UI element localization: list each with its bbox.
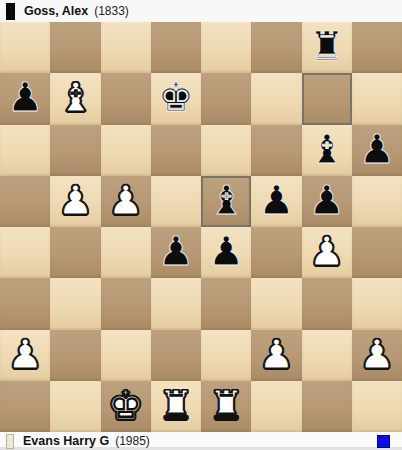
square-h8[interactable] <box>352 22 402 73</box>
piece-black-pawn[interactable]: ♟ <box>201 227 251 278</box>
square-d1[interactable]: ♜ <box>151 381 201 432</box>
square-g4[interactable]: ♟ <box>302 227 352 278</box>
square-d2[interactable] <box>151 330 201 381</box>
square-d5[interactable] <box>151 176 201 227</box>
top-player-name: Goss, Alex <box>24 4 88 18</box>
black-color-chip-icon <box>6 3 15 20</box>
square-a1[interactable] <box>0 381 50 432</box>
square-b8[interactable] <box>50 22 100 73</box>
square-b2[interactable] <box>50 330 100 381</box>
square-h5[interactable] <box>352 176 402 227</box>
piece-black-bishop[interactable]: ♝ <box>302 125 352 176</box>
piece-white-bishop[interactable]: ♝ <box>50 73 100 124</box>
square-g8[interactable]: ♜ <box>302 22 352 73</box>
square-b6[interactable] <box>50 125 100 176</box>
square-c6[interactable] <box>101 125 151 176</box>
square-g1[interactable] <box>302 381 352 432</box>
piece-black-bishop[interactable]: ♝ <box>201 176 251 227</box>
piece-black-pawn[interactable]: ♟ <box>352 125 402 176</box>
piece-white-pawn[interactable]: ♟ <box>101 176 151 227</box>
bottom-player-rating: (1985) <box>115 434 150 448</box>
square-a6[interactable] <box>0 125 50 176</box>
square-g2[interactable] <box>302 330 352 381</box>
square-b4[interactable] <box>50 227 100 278</box>
square-e1[interactable]: ♜ <box>201 381 251 432</box>
square-e5[interactable]: ♝ <box>201 176 251 227</box>
chess-app-window: Goss, Alex (1833) ♜♟♝♚♝♟♟♟♝♟♟♟♟♟♟♟♟♚♜♜ E… <box>0 0 402 450</box>
piece-white-pawn[interactable]: ♟ <box>352 330 402 381</box>
bottom-player-bar: Evans Harry G (1985) <box>0 432 402 450</box>
square-f3[interactable] <box>251 278 301 329</box>
square-f7[interactable] <box>251 73 301 124</box>
square-g6[interactable]: ♝ <box>302 125 352 176</box>
square-d7[interactable]: ♚ <box>151 73 201 124</box>
piece-white-rook[interactable]: ♜ <box>201 381 251 432</box>
square-a3[interactable] <box>0 278 50 329</box>
square-d3[interactable] <box>151 278 201 329</box>
piece-black-pawn[interactable]: ♟ <box>302 176 352 227</box>
top-player-bar: Goss, Alex (1833) <box>0 0 402 22</box>
square-a4[interactable] <box>0 227 50 278</box>
square-c5[interactable]: ♟ <box>101 176 151 227</box>
square-g3[interactable] <box>302 278 352 329</box>
top-player-rating: (1833) <box>94 4 129 18</box>
square-f6[interactable] <box>251 125 301 176</box>
square-e7[interactable] <box>201 73 251 124</box>
piece-black-pawn[interactable]: ♟ <box>151 227 201 278</box>
square-g5[interactable]: ♟ <box>302 176 352 227</box>
white-color-chip-icon <box>6 434 14 449</box>
square-h3[interactable] <box>352 278 402 329</box>
square-h2[interactable]: ♟ <box>352 330 402 381</box>
piece-white-pawn[interactable]: ♟ <box>302 227 352 278</box>
square-b5[interactable]: ♟ <box>50 176 100 227</box>
square-f1[interactable] <box>251 381 301 432</box>
piece-black-pawn[interactable]: ♟ <box>0 73 50 124</box>
piece-white-king[interactable]: ♚ <box>101 381 151 432</box>
square-g7[interactable] <box>302 73 352 124</box>
chess-board[interactable]: ♜♟♝♚♝♟♟♟♝♟♟♟♟♟♟♟♟♚♜♜ <box>0 22 402 432</box>
square-e6[interactable] <box>201 125 251 176</box>
piece-white-pawn[interactable]: ♟ <box>0 330 50 381</box>
piece-black-rook[interactable]: ♜ <box>302 22 352 73</box>
square-c7[interactable] <box>101 73 151 124</box>
piece-white-pawn[interactable]: ♟ <box>50 176 100 227</box>
square-a7[interactable]: ♟ <box>0 73 50 124</box>
square-f2[interactable]: ♟ <box>251 330 301 381</box>
square-f5[interactable]: ♟ <box>251 176 301 227</box>
square-h4[interactable] <box>352 227 402 278</box>
square-e4[interactable]: ♟ <box>201 227 251 278</box>
square-e3[interactable] <box>201 278 251 329</box>
square-d8[interactable] <box>151 22 201 73</box>
square-a8[interactable] <box>0 22 50 73</box>
square-h6[interactable]: ♟ <box>352 125 402 176</box>
square-c2[interactable] <box>101 330 151 381</box>
piece-white-pawn[interactable]: ♟ <box>251 330 301 381</box>
bottom-player-name: Evans Harry G <box>23 434 109 448</box>
square-f8[interactable] <box>251 22 301 73</box>
piece-black-king[interactable]: ♚ <box>151 73 201 124</box>
white-to-move-indicator <box>377 435 390 448</box>
piece-black-pawn[interactable]: ♟ <box>251 176 301 227</box>
square-d4[interactable]: ♟ <box>151 227 201 278</box>
square-c4[interactable] <box>101 227 151 278</box>
square-d6[interactable] <box>151 125 201 176</box>
square-c8[interactable] <box>101 22 151 73</box>
square-b3[interactable] <box>50 278 100 329</box>
square-b7[interactable]: ♝ <box>50 73 100 124</box>
piece-white-rook[interactable]: ♜ <box>151 381 201 432</box>
square-b1[interactable] <box>50 381 100 432</box>
square-h7[interactable] <box>352 73 402 124</box>
square-a2[interactable]: ♟ <box>0 330 50 381</box>
square-f4[interactable] <box>251 227 301 278</box>
square-e2[interactable] <box>201 330 251 381</box>
square-c3[interactable] <box>101 278 151 329</box>
square-h1[interactable] <box>352 381 402 432</box>
square-c1[interactable]: ♚ <box>101 381 151 432</box>
square-a5[interactable] <box>0 176 50 227</box>
square-e8[interactable] <box>201 22 251 73</box>
